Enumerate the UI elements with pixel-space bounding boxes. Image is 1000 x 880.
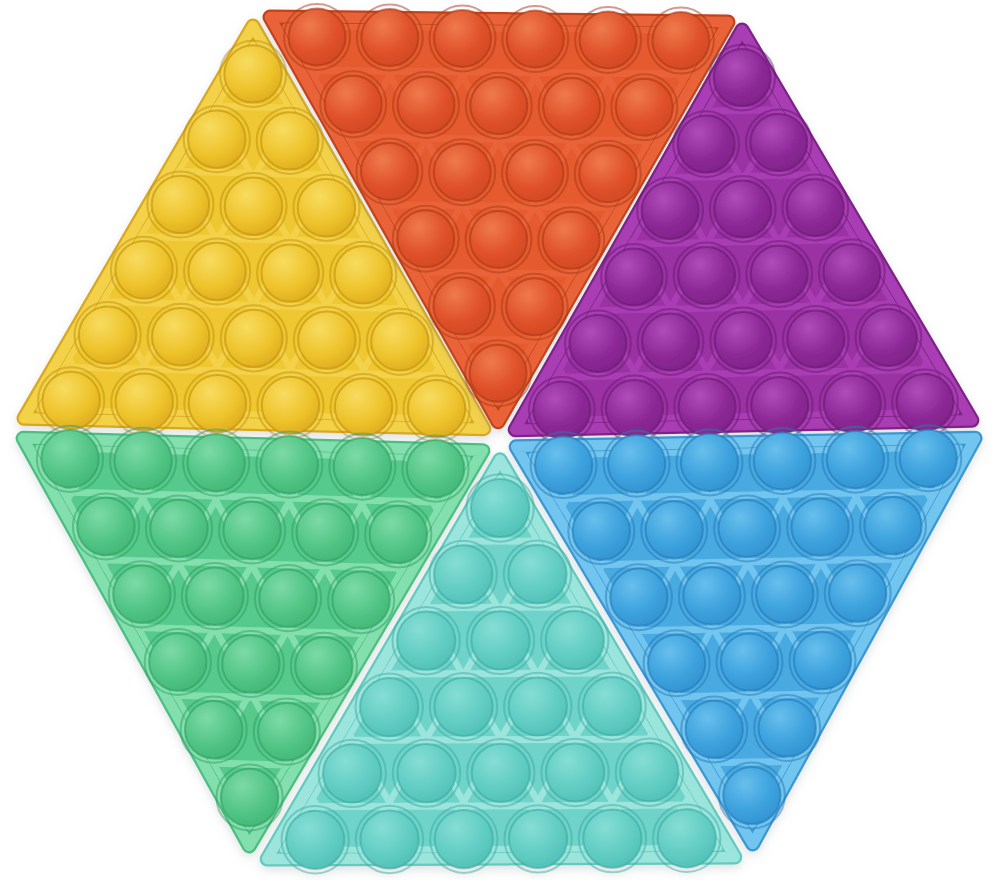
bubble-blue-r4i1[interactable]	[610, 569, 667, 626]
bubble-blue-r3i3[interactable]	[794, 632, 851, 689]
bubble-teal-r5i5[interactable]	[620, 743, 678, 801]
bubble-teal-r2i1[interactable]	[434, 545, 492, 603]
bubble-blue-r1i1[interactable]	[723, 767, 780, 824]
bubble-teal-r6i3[interactable]	[435, 810, 493, 868]
bubble-blue-r5i4[interactable]	[792, 498, 849, 555]
bubble-blue-r6i3[interactable]	[681, 434, 738, 491]
bubble-green-r6i6[interactable]	[407, 440, 464, 497]
bubble-yellow-r1i1[interactable]	[224, 45, 281, 102]
bubble-blue-r4i2[interactable]	[683, 567, 740, 624]
bubble-purple-r6i2[interactable]	[606, 380, 663, 437]
bubble-green-r3i1[interactable]	[149, 633, 206, 690]
bubble-purple-r1i1[interactable]	[714, 49, 771, 106]
bubble-orange-r6i6[interactable]	[652, 12, 709, 69]
bubble-orange-r6i4[interactable]	[507, 11, 564, 68]
bubble-blue-r3i2[interactable]	[721, 633, 778, 690]
bubble-yellow-r5i1[interactable]	[79, 306, 136, 363]
bubble-yellow-r6i4[interactable]	[262, 377, 319, 434]
bubble-green-r6i3[interactable]	[188, 434, 245, 491]
bubble-yellow-r2i1[interactable]	[188, 111, 245, 168]
pop-it-hexagon-board	[0, 0, 1000, 880]
bubble-purple-r4i3[interactable]	[751, 246, 808, 303]
bubble-blue-r4i3[interactable]	[756, 566, 813, 623]
bubble-green-r6i4[interactable]	[261, 436, 318, 493]
bubble-orange-r5i1[interactable]	[325, 76, 382, 133]
bubble-purple-r6i4[interactable]	[751, 377, 808, 434]
bubble-yellow-r2i2[interactable]	[261, 112, 318, 169]
bubble-teal-r6i5[interactable]	[583, 810, 641, 868]
bubble-teal-r4i3[interactable]	[509, 677, 567, 735]
bubble-blue-r6i5[interactable]	[827, 431, 884, 488]
bubble-teal-r3i3[interactable]	[546, 611, 604, 669]
bubble-green-r6i1[interactable]	[41, 430, 98, 487]
bubble-blue-r6i6[interactable]	[900, 430, 957, 487]
bubble-blue-r5i1[interactable]	[573, 503, 630, 560]
bubble-purple-r2i2[interactable]	[750, 114, 807, 171]
bubble-yellow-r4i3[interactable]	[262, 244, 319, 301]
bubble-yellow-r4i2[interactable]	[188, 243, 245, 300]
bubble-purple-r4i4[interactable]	[823, 244, 880, 301]
bubble-green-r5i2[interactable]	[150, 500, 207, 557]
bubble-orange-r5i4[interactable]	[543, 78, 600, 135]
bubble-teal-r6i2[interactable]	[360, 810, 418, 868]
bubble-orange-r4i3[interactable]	[507, 145, 564, 202]
bubble-teal-r4i2[interactable]	[434, 678, 492, 736]
bubble-green-r4i4[interactable]	[332, 571, 389, 628]
bubble-yellow-r5i2[interactable]	[152, 308, 209, 365]
bubble-yellow-r5i3[interactable]	[225, 310, 282, 367]
bubble-yellow-r3i3[interactable]	[298, 179, 355, 236]
bubble-green-r3i3[interactable]	[295, 637, 352, 694]
bubble-yellow-r6i3[interactable]	[189, 375, 246, 432]
bubble-purple-r5i5[interactable]	[860, 309, 917, 366]
bubble-orange-r5i3[interactable]	[470, 77, 527, 134]
bubble-green-r4i1[interactable]	[113, 566, 170, 623]
bubble-purple-r3i1[interactable]	[642, 182, 699, 239]
bubble-yellow-r5i4[interactable]	[298, 311, 355, 368]
bubble-orange-r5i5[interactable]	[616, 79, 673, 136]
bubble-teal-r5i2[interactable]	[397, 744, 455, 802]
bubble-teal-r2i2[interactable]	[508, 545, 566, 603]
bubble-blue-r6i2[interactable]	[608, 435, 665, 492]
bubble-teal-r6i1[interactable]	[286, 811, 344, 869]
bubble-yellow-r5i5[interactable]	[371, 313, 428, 370]
bubble-orange-r6i1[interactable]	[289, 8, 346, 65]
bubble-blue-r2i1[interactable]	[686, 701, 743, 758]
bubble-orange-r3i3[interactable]	[543, 212, 600, 269]
bubble-orange-r4i1[interactable]	[361, 143, 418, 200]
bubble-teal-r1i1[interactable]	[471, 479, 529, 537]
bubble-orange-r3i1[interactable]	[397, 210, 454, 267]
bubble-teal-r3i1[interactable]	[397, 612, 455, 670]
bubble-green-r2i1[interactable]	[185, 701, 242, 758]
bubble-blue-r5i3[interactable]	[719, 500, 776, 557]
bubble-purple-r4i1[interactable]	[606, 249, 663, 306]
bubble-orange-r6i5[interactable]	[580, 11, 637, 68]
bubble-purple-r6i6[interactable]	[897, 374, 954, 431]
bubble-yellow-r6i5[interactable]	[335, 378, 392, 435]
bubble-purple-r3i3[interactable]	[787, 179, 844, 236]
bubble-blue-r3i1[interactable]	[648, 635, 705, 692]
bubble-purple-r2i1[interactable]	[678, 116, 735, 173]
bubble-orange-r2i2[interactable]	[506, 278, 563, 335]
product-photo	[0, 0, 1000, 880]
bubble-teal-r5i1[interactable]	[323, 744, 381, 802]
bubble-green-r1i1[interactable]	[221, 769, 278, 826]
bubble-blue-r4i4[interactable]	[829, 565, 886, 622]
bubble-teal-r4i1[interactable]	[360, 678, 418, 736]
bubble-purple-r6i1[interactable]	[533, 382, 590, 439]
bubble-purple-r6i3[interactable]	[679, 379, 736, 436]
bubble-green-r3i2[interactable]	[222, 635, 279, 692]
bubble-yellow-r6i6[interactable]	[408, 380, 465, 437]
bubble-yellow-r4i1[interactable]	[115, 241, 172, 298]
bubble-green-r5i1[interactable]	[77, 498, 134, 555]
bubble-purple-r5i1[interactable]	[569, 315, 626, 372]
bubble-green-r2i2[interactable]	[258, 703, 315, 760]
bubble-yellow-r6i1[interactable]	[42, 372, 99, 429]
bubble-blue-r5i5[interactable]	[864, 497, 921, 554]
bubble-purple-r5i4[interactable]	[787, 311, 844, 368]
bubble-orange-r6i2[interactable]	[361, 9, 418, 66]
bubble-green-r6i2[interactable]	[114, 432, 171, 489]
bubble-orange-r4i4[interactable]	[579, 145, 636, 202]
bubble-teal-r6i4[interactable]	[509, 810, 567, 868]
bubble-teal-r3i2[interactable]	[471, 611, 529, 669]
bubble-green-r5i3[interactable]	[223, 502, 280, 559]
bubble-yellow-r3i2[interactable]	[225, 178, 282, 235]
bubble-yellow-r3i1[interactable]	[152, 176, 209, 233]
bubble-blue-r6i1[interactable]	[535, 437, 592, 494]
bubble-teal-r5i3[interactable]	[472, 744, 530, 802]
bubble-orange-r6i3[interactable]	[434, 10, 491, 67]
bubble-teal-r6i6[interactable]	[658, 809, 716, 867]
bubble-green-r4i3[interactable]	[259, 570, 316, 627]
bubble-yellow-r6i2[interactable]	[116, 373, 173, 430]
bubble-purple-r5i3[interactable]	[715, 312, 772, 369]
bubble-purple-r6i5[interactable]	[824, 375, 881, 432]
bubble-green-r5i4[interactable]	[297, 504, 354, 561]
bubble-blue-r2i2[interactable]	[759, 699, 816, 756]
bubble-purple-r5i2[interactable]	[642, 314, 699, 371]
bubble-blue-r5i2[interactable]	[646, 501, 703, 558]
bubble-orange-r2i1[interactable]	[433, 278, 490, 335]
bubble-orange-r3i2[interactable]	[470, 211, 527, 268]
bubble-green-r6i5[interactable]	[334, 438, 391, 495]
bubble-green-r5i5[interactable]	[370, 506, 427, 563]
bubble-blue-r6i4[interactable]	[754, 432, 811, 489]
bubble-purple-r4i2[interactable]	[678, 247, 735, 304]
bubble-orange-r5i2[interactable]	[398, 76, 455, 133]
bubble-teal-r4i4[interactable]	[583, 677, 641, 735]
bubble-orange-r1i1[interactable]	[470, 345, 527, 402]
bubble-purple-r3i2[interactable]	[714, 181, 771, 238]
bubble-yellow-r4i4[interactable]	[335, 246, 392, 303]
bubble-green-r4i2[interactable]	[186, 568, 243, 625]
bubble-teal-r5i4[interactable]	[546, 743, 604, 801]
bubble-orange-r4i2[interactable]	[434, 144, 491, 201]
